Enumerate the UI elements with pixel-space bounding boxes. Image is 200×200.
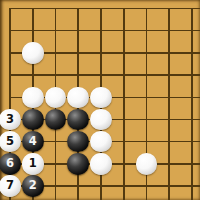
black-stone-move-2[interactable]: 2 — [22, 175, 44, 197]
grid-line-horizontal — [9, 74, 200, 76]
white-stone-move-5[interactable]: 5 — [0, 131, 21, 153]
grid-line-vertical — [168, 8, 170, 200]
grid-line-vertical — [191, 8, 193, 200]
white-stone-move-7[interactable]: 7 — [0, 175, 21, 197]
move-number: 2 — [29, 180, 37, 192]
black-stone[interactable] — [67, 153, 89, 175]
move-number: 3 — [6, 113, 14, 125]
go-board[interactable]: 3546172 — [0, 0, 200, 200]
white-stone[interactable] — [45, 87, 67, 109]
black-stone[interactable] — [45, 109, 67, 131]
black-stone[interactable] — [67, 131, 89, 153]
grid-line-horizontal — [9, 30, 200, 32]
black-stone[interactable] — [22, 109, 44, 131]
grid-line-horizontal — [9, 8, 200, 10]
black-stone-move-6[interactable]: 6 — [0, 153, 21, 175]
move-number: 1 — [29, 158, 37, 170]
white-stone[interactable] — [90, 153, 112, 175]
white-stone[interactable] — [136, 153, 158, 175]
move-number: 6 — [6, 158, 14, 170]
grid-line-vertical — [123, 8, 125, 200]
white-stone[interactable] — [67, 87, 89, 109]
move-number: 4 — [29, 135, 37, 147]
white-stone-move-3[interactable]: 3 — [0, 109, 21, 131]
black-stone-move-4[interactable]: 4 — [22, 131, 44, 153]
white-stone[interactable] — [90, 131, 112, 153]
white-stone[interactable] — [22, 87, 44, 109]
white-stone[interactable] — [22, 42, 44, 64]
move-number: 7 — [6, 180, 14, 192]
white-stone-move-1[interactable]: 1 — [22, 153, 44, 175]
white-stone[interactable] — [90, 87, 112, 109]
move-number: 5 — [6, 135, 14, 147]
white-stone[interactable] — [90, 109, 112, 131]
black-stone[interactable] — [67, 109, 89, 131]
